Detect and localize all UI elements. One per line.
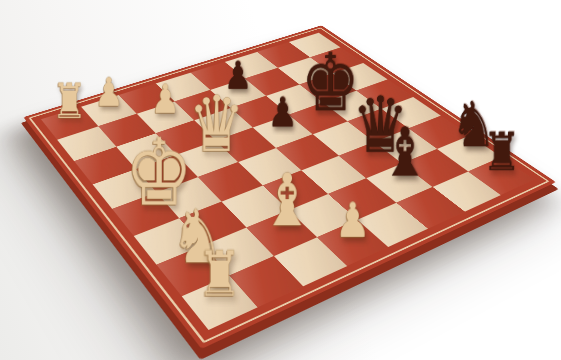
piece-white-king-e1[interactable]: ♚ [125, 126, 165, 219]
chess-board[interactable]: ♜♟♟♟♛♟♚♚♛♞♝♝♞♜♟♜ [23, 25, 556, 349]
board-border: ♜♟♟♟♛♟♚♚♛♞♝♝♞♜♟♜ [23, 25, 556, 349]
piece-anchor-a2: ♟ [89, 104, 128, 116]
piece-anchor-a1: ♜ [49, 116, 89, 129]
piece-anchor-g3: ♝ [260, 223, 302, 241]
piece-black-bishop-g6[interactable]: ♝ [380, 119, 418, 186]
piece-anchor-g8: ♞ [452, 146, 485, 160]
piece-anchor-h4: ♟ [331, 233, 372, 251]
piece-white-queen-d3[interactable]: ♛ [188, 86, 225, 163]
piece-anchor-d5: ♟ [264, 124, 300, 137]
product-photo-background: ♜♟♟♟♛♟♚♚♛♞♝♝♞♜♟♜ [0, 0, 561, 360]
piece-anchor-g6: ♝ [380, 175, 417, 190]
piece-anchor-e1: ♚ [123, 205, 167, 222]
piece-white-pawn-h4[interactable]: ♟ [331, 197, 373, 245]
piece-black-pawn-d5[interactable]: ♟ [265, 92, 300, 133]
square-h1[interactable]: ♜ [181, 275, 257, 330]
piece-white-bishop-g3[interactable]: ♝ [261, 164, 302, 237]
piece-black-king-d6[interactable]: ♚ [300, 43, 335, 123]
piece-anchor-h8: ♜ [484, 168, 518, 183]
piece-white-pawn-a2[interactable]: ♟ [91, 73, 125, 112]
piece-anchor-h1: ♜ [195, 291, 243, 313]
piece-white-pawn-b3[interactable]: ♟ [148, 79, 183, 119]
piece-black-rook-h8[interactable]: ♜ [482, 126, 520, 178]
piece-white-rook-h1[interactable]: ♜ [196, 243, 241, 305]
board-squares-grid: ♜♟♟♟♛♟♚♚♛♞♝♝♞♜♟♜ [41, 33, 535, 330]
piece-anchor-d6: ♚ [300, 112, 335, 125]
piece-white-rook-a1[interactable]: ♜ [52, 78, 87, 126]
